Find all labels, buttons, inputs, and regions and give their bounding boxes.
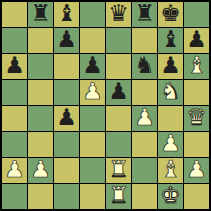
square-b1[interactable]	[28, 184, 53, 209]
square-e6[interactable]	[106, 54, 131, 79]
white-bishop-icon[interactable]: ♝	[186, 54, 207, 77]
white-bishop-icon[interactable]: ♝	[160, 158, 181, 181]
black-pawn-icon[interactable]: ♟	[160, 54, 181, 77]
square-f7[interactable]	[132, 28, 157, 53]
square-c1[interactable]	[54, 184, 79, 209]
square-b8[interactable]: ♜	[28, 2, 53, 27]
square-h4[interactable]: ♛	[184, 106, 209, 131]
square-g4[interactable]	[158, 106, 183, 131]
white-pawn-icon[interactable]: ♟	[82, 80, 103, 103]
square-h7[interactable]: ♟	[184, 28, 209, 53]
square-e5[interactable]: ♟	[106, 80, 131, 105]
square-b6[interactable]	[28, 54, 53, 79]
black-bishop-icon[interactable]: ♝	[160, 28, 181, 51]
square-a6[interactable]: ♟	[2, 54, 27, 79]
square-d5[interactable]: ♟	[80, 80, 105, 105]
black-bishop-icon[interactable]: ♝	[56, 2, 77, 25]
square-d6[interactable]: ♟	[80, 54, 105, 79]
square-g1[interactable]: ♚	[158, 184, 183, 209]
square-d3[interactable]	[80, 132, 105, 157]
square-c7[interactable]: ♟	[54, 28, 79, 53]
white-knight-icon[interactable]: ♞	[160, 80, 181, 103]
square-e8[interactable]: ♛	[106, 2, 131, 27]
square-e4[interactable]	[106, 106, 131, 131]
square-f5[interactable]	[132, 80, 157, 105]
black-queen-icon[interactable]: ♛	[108, 2, 129, 25]
square-b3[interactable]	[28, 132, 53, 157]
black-pawn-icon[interactable]: ♟	[56, 106, 77, 129]
square-a1[interactable]	[2, 184, 27, 209]
square-c5[interactable]	[54, 80, 79, 105]
square-a5[interactable]	[2, 80, 27, 105]
white-king-icon[interactable]: ♚	[160, 184, 181, 207]
white-pawn-icon[interactable]: ♟	[186, 158, 207, 181]
square-e7[interactable]	[106, 28, 131, 53]
square-e3[interactable]	[106, 132, 131, 157]
square-e2[interactable]: ♜	[106, 158, 131, 183]
square-g3[interactable]: ♟	[158, 132, 183, 157]
black-knight-icon[interactable]: ♞	[134, 54, 155, 77]
square-d8[interactable]	[80, 2, 105, 27]
black-pawn-icon[interactable]: ♟	[56, 28, 77, 51]
chess-board-frame: ♜♝♛♜♚♟♝♟♟♟♞♟♝♟♟♞♟♟♛♟♟♟♜♝♟♜♚	[0, 0, 211, 211]
white-pawn-icon[interactable]: ♟	[134, 106, 155, 129]
square-a3[interactable]	[2, 132, 27, 157]
black-king-icon[interactable]: ♚	[160, 2, 181, 25]
square-h2[interactable]: ♟	[184, 158, 209, 183]
square-f1[interactable]	[132, 184, 157, 209]
square-g5[interactable]: ♞	[158, 80, 183, 105]
square-a8[interactable]	[2, 2, 27, 27]
square-c6[interactable]	[54, 54, 79, 79]
square-h6[interactable]: ♝	[184, 54, 209, 79]
square-b7[interactable]	[28, 28, 53, 53]
black-pawn-icon[interactable]: ♟	[4, 54, 25, 77]
square-g6[interactable]: ♟	[158, 54, 183, 79]
square-d4[interactable]	[80, 106, 105, 131]
square-f4[interactable]: ♟	[132, 106, 157, 131]
white-pawn-icon[interactable]: ♟	[30, 158, 51, 181]
square-d7[interactable]	[80, 28, 105, 53]
square-f8[interactable]: ♜	[132, 2, 157, 27]
square-c2[interactable]	[54, 158, 79, 183]
square-h8[interactable]	[184, 2, 209, 27]
square-f6[interactable]: ♞	[132, 54, 157, 79]
square-h3[interactable]	[184, 132, 209, 157]
square-c8[interactable]: ♝	[54, 2, 79, 27]
square-g2[interactable]: ♝	[158, 158, 183, 183]
black-rook-icon[interactable]: ♜	[134, 2, 155, 25]
square-b4[interactable]	[28, 106, 53, 131]
square-h5[interactable]	[184, 80, 209, 105]
square-b2[interactable]: ♟	[28, 158, 53, 183]
square-c4[interactable]: ♟	[54, 106, 79, 131]
square-c3[interactable]	[54, 132, 79, 157]
square-g8[interactable]: ♚	[158, 2, 183, 27]
white-pawn-icon[interactable]: ♟	[4, 158, 25, 181]
white-queen-icon[interactable]: ♛	[186, 106, 207, 129]
square-f2[interactable]	[132, 158, 157, 183]
black-pawn-icon[interactable]: ♟	[82, 54, 103, 77]
black-rook-icon[interactable]: ♜	[30, 2, 51, 25]
square-b5[interactable]	[28, 80, 53, 105]
white-rook-icon[interactable]: ♜	[108, 158, 129, 181]
square-d1[interactable]	[80, 184, 105, 209]
square-h1[interactable]	[184, 184, 209, 209]
square-a7[interactable]	[2, 28, 27, 53]
white-pawn-icon[interactable]: ♟	[160, 132, 181, 155]
square-f3[interactable]	[132, 132, 157, 157]
square-e1[interactable]: ♜	[106, 184, 131, 209]
white-rook-icon[interactable]: ♜	[108, 184, 129, 207]
chess-board: ♜♝♛♜♚♟♝♟♟♟♞♟♝♟♟♞♟♟♛♟♟♟♜♝♟♜♚	[2, 2, 209, 209]
square-a2[interactable]: ♟	[2, 158, 27, 183]
black-pawn-icon[interactable]: ♟	[108, 80, 129, 103]
square-d2[interactable]	[80, 158, 105, 183]
black-pawn-icon[interactable]: ♟	[186, 28, 207, 51]
square-a4[interactable]	[2, 106, 27, 131]
square-g7[interactable]: ♝	[158, 28, 183, 53]
